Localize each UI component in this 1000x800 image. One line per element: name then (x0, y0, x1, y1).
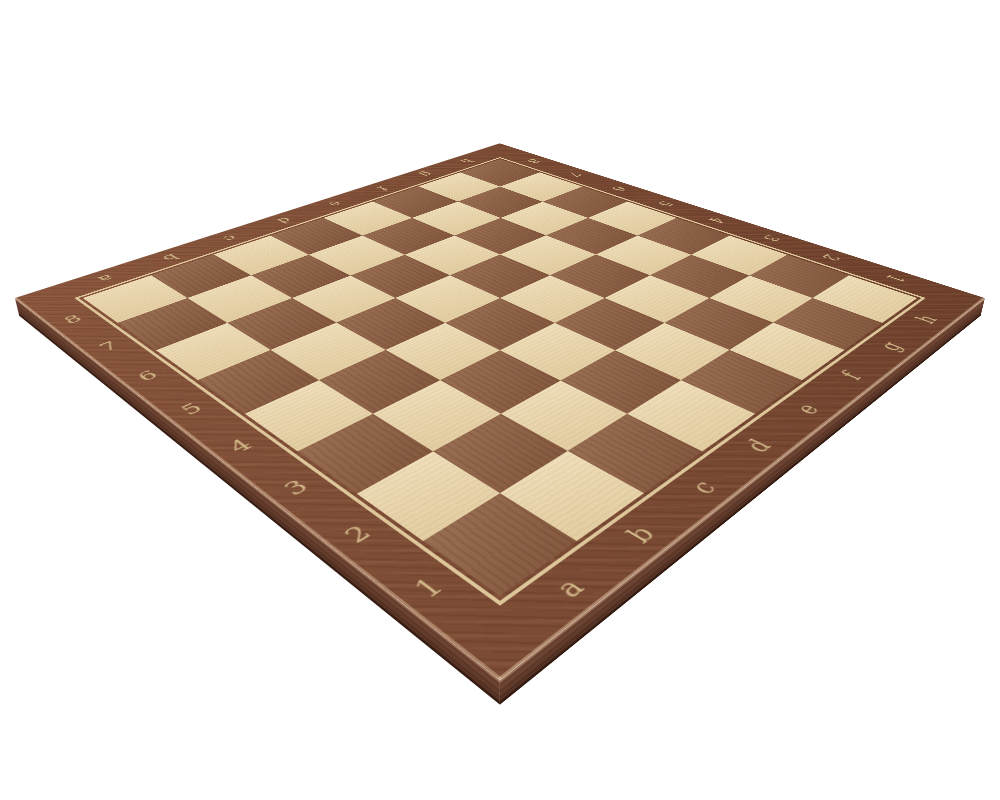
square-a6 (156, 323, 271, 380)
square-g1 (773, 298, 882, 350)
square-a2 (356, 451, 500, 541)
square-a1 (423, 493, 576, 596)
square-a5 (198, 350, 319, 414)
square-f1 (730, 323, 845, 380)
square-c1 (568, 414, 703, 494)
square-b5 (270, 323, 385, 380)
rank-labels-near-edge: 87654321 (35, 300, 493, 636)
coordinate-label-3: 3 (244, 455, 350, 524)
square-e1 (681, 350, 802, 414)
square-b2 (432, 414, 567, 494)
square-a4 (245, 380, 373, 451)
square-d3 (500, 323, 615, 380)
square-d4 (445, 298, 554, 350)
square-b6 (227, 298, 336, 350)
square-f2 (664, 298, 773, 350)
square-c3 (440, 350, 561, 414)
playing-field (83, 159, 917, 596)
coordinate-label-d: d (709, 417, 808, 478)
square-d1 (628, 380, 756, 451)
square-a7 (118, 298, 227, 350)
square-d2 (560, 350, 681, 414)
product-photo-scene: abcdefgh abcdefgh 87654321 87654321 (0, 0, 1000, 800)
square-b4 (319, 350, 440, 414)
coordinate-label-4: 4 (192, 417, 291, 478)
square-e3 (555, 298, 664, 350)
square-c2 (500, 380, 628, 451)
square-b3 (372, 380, 500, 451)
square-c5 (336, 298, 445, 350)
chess-board: abcdefgh abcdefgh 87654321 87654321 (15, 143, 985, 680)
file-labels-near-edge: abcdefgh (507, 300, 965, 636)
square-a3 (297, 414, 432, 494)
square-c4 (385, 323, 500, 380)
square-b1 (500, 451, 644, 541)
square-e2 (615, 323, 730, 380)
